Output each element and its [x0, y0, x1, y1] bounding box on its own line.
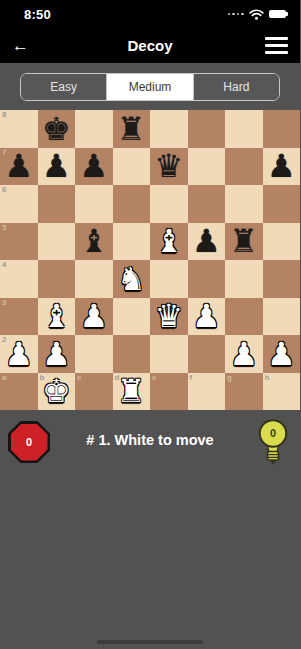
rank-label: 4 [2, 261, 6, 269]
piece-black-rook[interactable]: ♜ [113, 110, 151, 148]
square-d3[interactable] [113, 298, 151, 336]
square-f8[interactable] [188, 110, 226, 148]
square-c5[interactable]: ♝ [75, 223, 113, 261]
square-h6[interactable] [263, 185, 301, 223]
square-g3[interactable] [225, 298, 263, 336]
square-c4[interactable] [75, 260, 113, 298]
square-b3[interactable]: ♝ [38, 298, 76, 336]
square-h3[interactable] [263, 298, 301, 336]
square-f5[interactable]: ♟ [188, 223, 226, 261]
home-indicator[interactable] [97, 640, 203, 645]
square-g5[interactable]: ♜ [225, 223, 263, 261]
square-d6[interactable] [113, 185, 151, 223]
rank-label: 6 [2, 186, 6, 194]
square-b4[interactable] [38, 260, 76, 298]
piece-black-bishop[interactable]: ♝ [75, 223, 113, 261]
square-d8[interactable]: ♜ [113, 110, 151, 148]
tab-hard[interactable]: Hard [193, 74, 279, 100]
square-a1[interactable]: a [0, 373, 38, 411]
piece-white-queen[interactable]: ♛ [150, 298, 188, 336]
square-h5[interactable] [263, 223, 301, 261]
square-a7[interactable]: 7♟ [0, 148, 38, 186]
square-h7[interactable]: ♟ [263, 148, 301, 186]
piece-black-pawn[interactable]: ♟ [38, 148, 76, 186]
square-e8[interactable] [150, 110, 188, 148]
back-button[interactable]: ← [12, 37, 29, 54]
square-a4[interactable]: 4 [0, 260, 38, 298]
clock: 8:50 [24, 7, 51, 22]
square-d2[interactable] [113, 335, 151, 373]
square-c6[interactable] [75, 185, 113, 223]
square-g7[interactable] [225, 148, 263, 186]
square-a6[interactable]: 6 [0, 185, 38, 223]
square-d1[interactable]: d♜ [113, 373, 151, 411]
square-e1[interactable]: e [150, 373, 188, 411]
square-c8[interactable] [75, 110, 113, 148]
cellular-signal-icon [228, 13, 244, 16]
piece-white-knight[interactable]: ♞ [113, 260, 151, 298]
piece-white-king[interactable]: ♚ [38, 373, 76, 411]
square-b5[interactable] [38, 223, 76, 261]
file-label: g [227, 374, 232, 382]
piece-white-pawn[interactable]: ♟ [263, 335, 301, 373]
square-b7[interactable]: ♟ [38, 148, 76, 186]
square-g6[interactable] [225, 185, 263, 223]
battery-icon [269, 10, 288, 19]
puzzle-move-indicator: # 1. White to move [0, 432, 300, 448]
square-b1[interactable]: b♚ [38, 373, 76, 411]
square-f1[interactable]: f [188, 373, 226, 411]
piece-white-rook[interactable]: ♜ [113, 373, 151, 411]
bottom-bar: 0 0 # 1. White to move [0, 410, 300, 649]
hamburger-menu-icon[interactable] [265, 33, 288, 59]
piece-black-pawn[interactable]: ♟ [188, 223, 226, 261]
square-f6[interactable] [188, 185, 226, 223]
square-h4[interactable] [263, 260, 301, 298]
square-d4[interactable]: ♞ [113, 260, 151, 298]
square-g2[interactable]: ♟ [225, 335, 263, 373]
rank-label: 3 [2, 299, 6, 307]
square-e3[interactable]: ♛ [150, 298, 188, 336]
header: ← Decoy [0, 28, 300, 63]
square-c2[interactable] [75, 335, 113, 373]
square-f7[interactable] [188, 148, 226, 186]
status-bar: 8:50 [0, 0, 300, 28]
square-h1[interactable]: h [263, 373, 301, 411]
piece-black-king[interactable]: ♚ [38, 110, 76, 148]
square-f2[interactable] [188, 335, 226, 373]
page-title: Decoy [0, 37, 300, 54]
square-e5[interactable]: ♝ [150, 223, 188, 261]
piece-white-bishop[interactable]: ♝ [150, 223, 188, 261]
rank-label: 5 [2, 224, 6, 232]
piece-black-pawn[interactable]: ♟ [75, 148, 113, 186]
piece-black-pawn[interactable]: ♟ [263, 148, 301, 186]
square-d5[interactable] [113, 223, 151, 261]
square-c3[interactable]: ♟ [75, 298, 113, 336]
square-h2[interactable]: ♟ [263, 335, 301, 373]
piece-white-bishop[interactable]: ♝ [38, 298, 76, 336]
difficulty-tab-area: Easy Medium Hard [0, 63, 300, 110]
square-f4[interactable] [188, 260, 226, 298]
status-icons [228, 9, 288, 20]
square-b8[interactable]: ♚ [38, 110, 76, 148]
wifi-icon [249, 9, 264, 20]
square-g8[interactable] [225, 110, 263, 148]
square-f3[interactable]: ♟ [188, 298, 226, 336]
square-e7[interactable]: ♛ [150, 148, 188, 186]
tab-easy[interactable]: Easy [21, 74, 106, 100]
square-e2[interactable] [150, 335, 188, 373]
piece-black-pawn[interactable]: ♟ [0, 148, 38, 186]
square-d7[interactable] [113, 148, 151, 186]
piece-white-pawn[interactable]: ♟ [188, 298, 226, 336]
rank-label: 8 [2, 111, 6, 119]
tab-medium[interactable]: Medium [106, 74, 192, 100]
square-a3[interactable]: 3 [0, 298, 38, 336]
square-e6[interactable] [150, 185, 188, 223]
square-g4[interactable] [225, 260, 263, 298]
square-c1[interactable]: c [75, 373, 113, 411]
piece-white-pawn[interactable]: ♟ [75, 298, 113, 336]
chess-board: 8♚♜7♟♟♟♛♟65♝♝♟♜4♞3♝♟♛♟2♟♟♟♟ab♚cd♜efgh [0, 110, 300, 410]
piece-white-pawn[interactable]: ♟ [0, 335, 38, 373]
square-b2[interactable]: ♟ [38, 335, 76, 373]
file-label: c [77, 374, 81, 382]
piece-white-pawn[interactable]: ♟ [38, 335, 76, 373]
square-a5[interactable]: 5 [0, 223, 38, 261]
square-b6[interactable] [38, 185, 76, 223]
square-e4[interactable] [150, 260, 188, 298]
app-screen: 8:50 ← Decoy Easy Medium Hard 8♚♜7♟♟♟♛♟6… [0, 0, 300, 649]
file-label: e [152, 374, 156, 382]
file-label: h [265, 374, 270, 382]
piece-white-pawn[interactable]: ♟ [225, 335, 263, 373]
square-a8[interactable]: 8 [0, 110, 38, 148]
square-c7[interactable]: ♟ [75, 148, 113, 186]
piece-black-rook[interactable]: ♜ [225, 223, 263, 261]
square-h8[interactable] [263, 110, 301, 148]
piece-black-queen[interactable]: ♛ [150, 148, 188, 186]
square-a2[interactable]: 2♟ [0, 335, 38, 373]
square-g1[interactable]: g [225, 373, 263, 411]
file-label: a [2, 374, 6, 382]
difficulty-segmented-control: Easy Medium Hard [20, 73, 280, 101]
file-label: f [190, 374, 193, 382]
